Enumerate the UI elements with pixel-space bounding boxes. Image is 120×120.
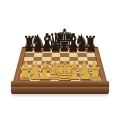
white-knight: ♞ — [76, 63, 94, 83]
white-bishop: ♝ — [35, 61, 55, 83]
black-pawn: ♟ — [59, 42, 70, 54]
black-pawn: ♟ — [33, 42, 44, 54]
white-pawn: ♟ — [39, 60, 51, 74]
black-knight: ♞ — [74, 33, 90, 50]
black-pawn: ♟ — [77, 42, 88, 54]
white-pawn: ♟ — [20, 60, 32, 74]
black-pawn: ♟ — [86, 42, 97, 54]
white-pawn: ♟ — [59, 60, 71, 74]
white-pawn: ♟ — [78, 60, 90, 74]
white-pawn: ♟ — [49, 60, 61, 74]
white-bishop: ♝ — [65, 61, 85, 83]
black-pawn: ♟ — [50, 42, 61, 54]
white-rook: ♜ — [17, 65, 33, 83]
white-pawn: ♟ — [69, 60, 81, 74]
white-pawn: ♟ — [88, 60, 100, 74]
black-pawn: ♟ — [41, 42, 52, 54]
black-bishop: ♝ — [64, 31, 81, 50]
pieces-layer: ♜♞♝♛♚♝♞♜♟♟♟♟♟♟♟♟♟♟♟♟♟♟♟♟♜♞♝♛♚♝♞♜ — [0, 0, 120, 120]
white-rook: ♜ — [87, 65, 103, 83]
white-knight: ♞ — [26, 63, 44, 83]
chess-set-photo: ♜♞♝♛♚♝♞♜♟♟♟♟♟♟♟♟♟♟♟♟♟♟♟♟♜♞♝♛♚♝♞♜ — [0, 0, 120, 120]
black-pawn: ♟ — [24, 42, 35, 54]
white-pawn: ♟ — [30, 60, 42, 74]
black-pawn: ♟ — [68, 42, 79, 54]
white-king: ♚ — [53, 57, 77, 84]
black-bishop: ♝ — [38, 31, 55, 50]
white-queen: ♛ — [44, 59, 66, 83]
black-rook: ♜ — [22, 34, 36, 50]
black-king: ♚ — [54, 27, 75, 51]
black-rook: ♜ — [83, 34, 97, 50]
black-queen: ♛ — [46, 30, 65, 51]
black-knight: ♞ — [30, 33, 46, 50]
